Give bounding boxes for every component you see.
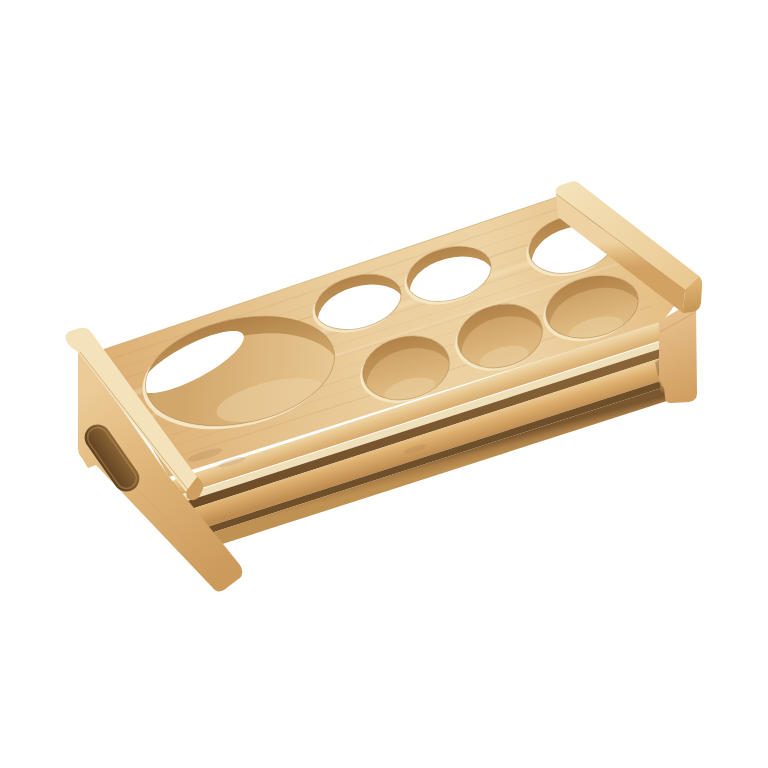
bamboo-rack-illustration: Bamboo wooden display rack with seven ro… bbox=[0, 0, 768, 768]
product-photo-stage: Bamboo wooden display rack with seven ro… bbox=[0, 0, 768, 768]
